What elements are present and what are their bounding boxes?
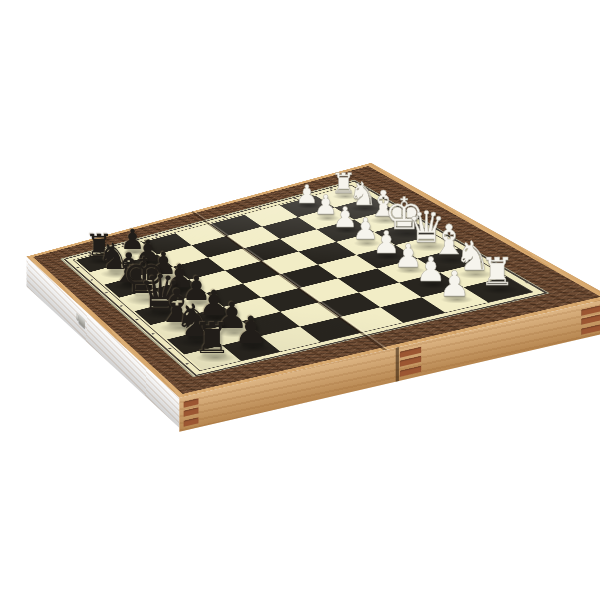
pawn-glyph: ♟ — [234, 312, 268, 350]
pawn-glyph: ♟ — [439, 266, 470, 301]
chess-set-photo: ♜♟♞♟♝♟♚♟♛♟♟♝♜♟♟♞♞♟♟♝♜♟♟♚♟♛♟♝♟♞♟♜ — [0, 0, 600, 600]
rook-glyph: ♜ — [480, 252, 515, 291]
rook-glyph: ♜ — [193, 317, 231, 360]
pieces-layer: ♜♟♞♟♝♟♚♟♛♟♟♝♜♟♟♞♞♟♟♝♜♟♟♚♟♛♟♝♟♞♟♜ — [0, 0, 600, 600]
